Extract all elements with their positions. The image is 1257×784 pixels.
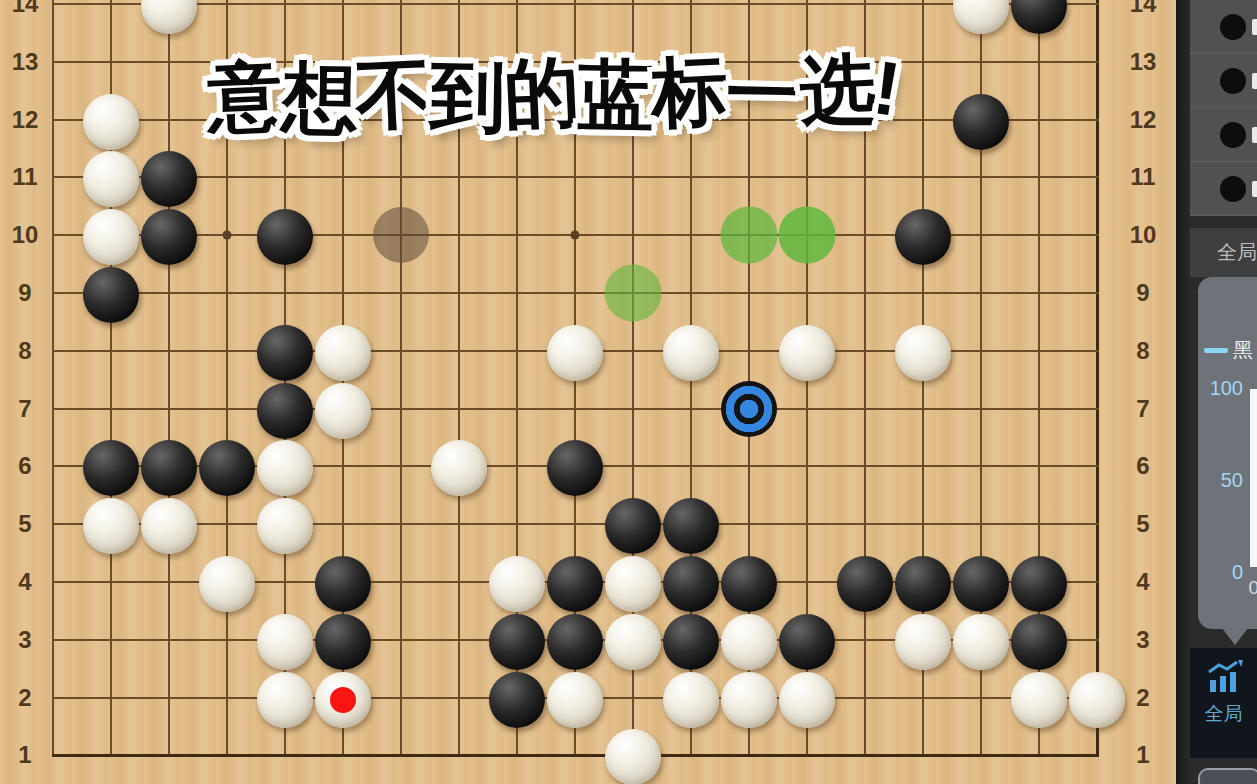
winrate-tooltip: 黑 100 50 0 0 [1198,277,1257,629]
white-stone [605,729,661,784]
white-stone [1011,672,1067,728]
white-stone [547,672,603,728]
white-stone [605,614,661,670]
row-coordinate-left: 12 [3,106,47,134]
ytick-100: 100 [1210,377,1243,400]
title-char: 想 [281,48,357,152]
row-coordinate-left: 5 [3,510,47,538]
white-stone [83,498,139,554]
row-coordinate-left: 10 [3,221,47,249]
grid-vline [1096,0,1099,756]
black-stone [83,440,139,496]
white-stone [315,383,371,439]
sidebar: 全局 黑 100 50 0 0 全局 [1176,0,1257,784]
grid-hline [52,3,1099,5]
grid-hline [52,176,1099,178]
bar-chart-rising-icon [1205,660,1243,694]
white-stone [257,498,313,554]
black-stone [257,383,313,439]
global-button-label: 全局 [1190,701,1257,727]
row-coordinate-right: 10 [1121,221,1165,249]
black-stone [141,209,197,265]
black-stone [315,556,371,612]
black-stone [953,94,1009,150]
row-coordinate-left: 13 [3,48,47,76]
global-analysis-button[interactable]: 全局 [1190,648,1257,758]
black-stone [199,440,255,496]
move-list-item[interactable] [1190,54,1257,108]
black-stone [837,556,893,612]
white-stone [663,672,719,728]
row-coordinate-left: 1 [3,741,47,769]
xtick-0: 0 [1248,577,1257,599]
black-stone [663,498,719,554]
title-char: 的 [502,42,581,148]
black-stone [547,614,603,670]
last-move-marker [330,687,356,713]
ytick-50: 50 [1221,469,1243,492]
title-char: 选 [798,38,877,144]
white-stone [895,614,951,670]
row-coordinate-left: 9 [3,279,47,307]
ytick-0: 0 [1232,561,1243,584]
row-coordinate-left: 3 [3,626,47,654]
black-stone [895,556,951,612]
white-stone [779,325,835,381]
title-char: 蓝 [577,45,653,149]
row-coordinate-left: 2 [3,684,47,712]
white-stone [315,325,371,381]
white-stone [257,614,313,670]
row-coordinate-left: 8 [3,337,47,365]
black-stone [721,556,777,612]
black-stone-icon [1220,68,1246,94]
title-char: 标 [650,40,729,146]
title-char: 一 [725,43,801,147]
row-coordinate-right: 7 [1121,395,1165,423]
grid-hline [52,523,1099,525]
row-coordinate-left: 11 [3,163,47,191]
black-stone-icon [1220,122,1246,148]
white-stone [547,325,603,381]
row-coordinate-left: 7 [3,395,47,423]
white-stone [721,614,777,670]
black-stone [489,614,545,670]
white-stone [83,209,139,265]
ai-green-suggestion [721,207,778,264]
winrate-plot-area-edge [1250,389,1257,567]
white-stone [1069,672,1125,728]
row-coordinate-right: 8 [1121,337,1165,365]
black-stone [547,556,603,612]
grid-hline [52,408,1099,410]
row-coordinate-left: 14 [3,0,47,18]
black-stone [141,151,197,207]
black-stone [83,267,139,323]
row-coordinate-right: 5 [1121,510,1165,538]
blue-target-marker[interactable] [721,381,777,437]
black-stone [663,556,719,612]
black-stone [895,209,951,265]
move-list-item[interactable] [1190,108,1257,162]
clipped-text [1252,127,1257,143]
black-stone [1011,0,1067,34]
row-coordinate-right: 1 [1121,741,1165,769]
black-winrate-line-swatch [1204,348,1228,353]
white-stone [431,440,487,496]
white-stone [257,440,313,496]
white-stone [199,556,255,612]
video-title-overlay: 意想不到的蓝标一选! [207,40,908,150]
black-stone [315,614,371,670]
white-stone [721,672,777,728]
panel-header-global: 全局 [1190,228,1257,277]
white-stone [895,325,951,381]
white-stone [663,325,719,381]
row-coordinate-right: 11 [1121,163,1165,191]
tooltip-tail [1222,628,1248,645]
black-stone-icon [1220,14,1246,40]
white-stone [605,556,661,612]
move-list-item[interactable] [1190,162,1257,216]
black-stone-icon [1220,176,1246,202]
row-coordinate-right: 2 [1121,684,1165,712]
black-stone [605,498,661,554]
black-stone [663,614,719,670]
ai-green-suggestion [779,207,836,264]
black-stone [547,440,603,496]
black-stone [1011,556,1067,612]
row-coordinate-right: 6 [1121,452,1165,480]
white-stone [953,0,1009,34]
title-char: 到 [429,46,505,150]
title-char: 意 [206,45,285,151]
ghost-stone-preview [373,207,429,263]
clipped-bottom-button[interactable] [1198,768,1257,784]
white-stone [83,94,139,150]
clipped-text [1252,19,1257,35]
row-coordinate-right: 12 [1121,106,1165,134]
title-char: ! [868,43,904,132]
black-stone [779,614,835,670]
title-char: 不 [354,43,433,149]
black-stone [257,209,313,265]
black-stone [141,440,197,496]
row-coordinate-right: 14 [1121,0,1165,18]
row-coordinate-right: 13 [1121,48,1165,76]
row-coordinate-left: 6 [3,452,47,480]
black-stone [1011,614,1067,670]
grid-hline [52,754,1099,757]
white-stone [83,151,139,207]
white-stone [141,498,197,554]
move-list [1190,0,1257,216]
row-coordinate-right: 4 [1121,568,1165,596]
white-stone [953,614,1009,670]
black-stone [257,325,313,381]
black-stone [489,672,545,728]
row-coordinate-left: 4 [3,568,47,596]
clipped-text [1252,181,1257,197]
star-point [571,231,580,240]
grid-hline [52,292,1099,294]
black-stone [953,556,1009,612]
white-stone [257,672,313,728]
ai-green-suggestion [605,265,662,322]
go-app-screen: 14141313121211111010998877665544332211 意… [0,0,1257,784]
white-stone [779,672,835,728]
winrate-legend: 黑 [1204,337,1253,364]
grid-vline [168,0,170,756]
row-coordinate-right: 9 [1121,279,1165,307]
clipped-text [1252,73,1257,89]
white-stone [489,556,545,612]
row-coordinate-right: 3 [1121,626,1165,654]
legend-label: 黑 [1233,337,1253,364]
move-list-item[interactable] [1190,0,1257,54]
grid-vline [52,0,54,756]
white-stone [141,0,197,34]
star-point [223,231,232,240]
